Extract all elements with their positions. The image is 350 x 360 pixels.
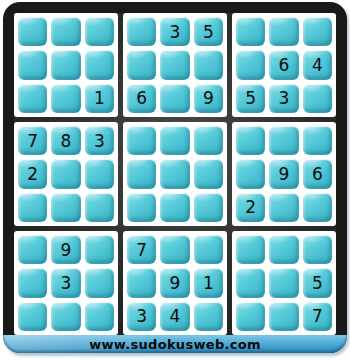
cell-r5c4[interactable]: [127, 159, 156, 188]
cell-r2c3[interactable]: [85, 50, 114, 79]
cell-r8c7[interactable]: [236, 268, 265, 297]
cell-r5c8: 9: [269, 159, 298, 188]
cell-r4c6[interactable]: [194, 126, 223, 155]
cell-r2c5[interactable]: [160, 50, 189, 79]
cell-r1c8[interactable]: [269, 17, 298, 46]
cell-r3c4: 6: [127, 84, 156, 113]
board-frame: 1356964537832962937913457 www.sudokusweb…: [3, 2, 347, 353]
box-3-1: 93: [14, 231, 118, 335]
cell-r1c3[interactable]: [85, 17, 114, 46]
cell-r4c7[interactable]: [236, 126, 265, 155]
cell-r3c5[interactable]: [160, 84, 189, 113]
cell-r5c7[interactable]: [236, 159, 265, 188]
cell-r7c1[interactable]: [18, 235, 47, 264]
cell-r1c6: 5: [194, 17, 223, 46]
box-1-3: 6453: [232, 13, 336, 117]
cell-r1c4[interactable]: [127, 17, 156, 46]
cell-r2c8: 6: [269, 50, 298, 79]
cell-r2c4[interactable]: [127, 50, 156, 79]
cell-r7c7[interactable]: [236, 235, 265, 264]
cell-r6c2[interactable]: [51, 193, 80, 222]
cell-r8c6: 1: [194, 268, 223, 297]
cell-r8c1[interactable]: [18, 268, 47, 297]
cell-r9c3[interactable]: [85, 302, 114, 331]
cell-r9c4: 3: [127, 302, 156, 331]
cell-r5c2[interactable]: [51, 159, 80, 188]
cell-r6c5[interactable]: [160, 193, 189, 222]
cell-r9c2[interactable]: [51, 302, 80, 331]
cell-r6c7: 2: [236, 193, 265, 222]
cell-r4c2: 8: [51, 126, 80, 155]
sudoku-board: 1356964537832962937913457: [14, 13, 336, 335]
footer-bar: www.sudokusweb.com: [3, 335, 347, 353]
cell-r5c6[interactable]: [194, 159, 223, 188]
cell-r3c2[interactable]: [51, 84, 80, 113]
cell-r7c9[interactable]: [303, 235, 332, 264]
cell-r2c1[interactable]: [18, 50, 47, 79]
cell-r8c5: 9: [160, 268, 189, 297]
site-url[interactable]: www.sudokusweb.com: [89, 337, 261, 352]
cell-r5c5[interactable]: [160, 159, 189, 188]
cell-r4c5[interactable]: [160, 126, 189, 155]
cell-r5c9: 6: [303, 159, 332, 188]
cell-r2c7[interactable]: [236, 50, 265, 79]
cell-r9c6[interactable]: [194, 302, 223, 331]
box-1-2: 3569: [123, 13, 227, 117]
cell-r4c1: 7: [18, 126, 47, 155]
box-2-1: 7832: [14, 122, 118, 226]
cell-r1c2[interactable]: [51, 17, 80, 46]
cell-r2c2[interactable]: [51, 50, 80, 79]
cell-r3c9[interactable]: [303, 84, 332, 113]
cell-r4c3: 3: [85, 126, 114, 155]
cell-r5c1: 2: [18, 159, 47, 188]
sudoku-page: { "game": "sudoku", "position": "0000350…: [0, 0, 350, 360]
cell-r7c3[interactable]: [85, 235, 114, 264]
cell-r4c9[interactable]: [303, 126, 332, 155]
box-3-2: 79134: [123, 231, 227, 335]
cell-r1c5: 3: [160, 17, 189, 46]
cell-r7c5[interactable]: [160, 235, 189, 264]
cell-r8c9: 5: [303, 268, 332, 297]
cell-r4c8[interactable]: [269, 126, 298, 155]
cell-r1c7[interactable]: [236, 17, 265, 46]
cell-r3c1[interactable]: [18, 84, 47, 113]
box-2-3: 962: [232, 122, 336, 226]
cell-r6c9[interactable]: [303, 193, 332, 222]
box-1-1: 1: [14, 13, 118, 117]
box-2-2: [123, 122, 227, 226]
cell-r9c8[interactable]: [269, 302, 298, 331]
cell-r8c8[interactable]: [269, 268, 298, 297]
cell-r7c4: 7: [127, 235, 156, 264]
cell-r8c4[interactable]: [127, 268, 156, 297]
cell-r8c2: 3: [51, 268, 80, 297]
cell-r3c6: 9: [194, 84, 223, 113]
cell-r6c4[interactable]: [127, 193, 156, 222]
cell-r3c8: 3: [269, 84, 298, 113]
cell-r6c1[interactable]: [18, 193, 47, 222]
cell-r6c6[interactable]: [194, 193, 223, 222]
cell-r6c3[interactable]: [85, 193, 114, 222]
cell-r3c7: 5: [236, 84, 265, 113]
cell-r8c3[interactable]: [85, 268, 114, 297]
cell-r6c8[interactable]: [269, 193, 298, 222]
cell-r7c8[interactable]: [269, 235, 298, 264]
cell-r9c5: 4: [160, 302, 189, 331]
cell-r7c6[interactable]: [194, 235, 223, 264]
cell-r2c9: 4: [303, 50, 332, 79]
cell-r9c1[interactable]: [18, 302, 47, 331]
cell-r9c7[interactable]: [236, 302, 265, 331]
cell-r9c9: 7: [303, 302, 332, 331]
cell-r3c3: 1: [85, 84, 114, 113]
box-3-3: 57: [232, 231, 336, 335]
cell-r1c9[interactable]: [303, 17, 332, 46]
cell-r5c3[interactable]: [85, 159, 114, 188]
cell-r1c1[interactable]: [18, 17, 47, 46]
cell-r7c2: 9: [51, 235, 80, 264]
cell-r2c6[interactable]: [194, 50, 223, 79]
cell-r4c4[interactable]: [127, 126, 156, 155]
